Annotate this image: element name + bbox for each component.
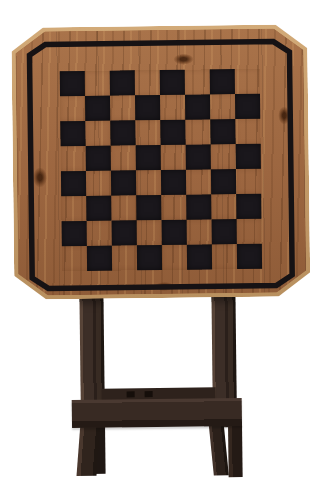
board-square: [135, 95, 160, 120]
board-square: [112, 245, 137, 270]
board-square: [161, 170, 186, 195]
board-square: [85, 96, 110, 121]
board-square: [85, 71, 110, 96]
board-square: [237, 219, 262, 244]
board-square: [212, 244, 237, 269]
board-square: [111, 145, 136, 170]
board-square: [110, 70, 135, 95]
board-square: [235, 94, 260, 119]
board-square: [162, 245, 187, 270]
board-square: [236, 194, 261, 219]
board-square: [136, 170, 161, 195]
board-square: [161, 145, 186, 170]
board-square: [160, 120, 185, 145]
board-square: [87, 246, 112, 271]
board-square: [111, 195, 136, 220]
board-square: [161, 195, 186, 220]
board-square: [162, 220, 187, 245]
board-square: [211, 169, 236, 194]
board-square: [60, 96, 85, 121]
board-square: [235, 119, 260, 144]
rail-notch: [127, 391, 135, 397]
board-square: [61, 146, 86, 171]
board-square: [186, 144, 211, 169]
board-square: [210, 69, 235, 94]
board-square: [186, 194, 211, 219]
board-square: [212, 219, 237, 244]
board-square: [136, 195, 161, 220]
board-square: [86, 196, 111, 221]
chessboard: [60, 69, 262, 271]
board-square: [61, 196, 86, 221]
board-square: [185, 69, 210, 94]
foot-right-rear: [228, 425, 243, 477]
board-square: [160, 95, 185, 120]
board-square: [86, 146, 111, 171]
board-square: [236, 169, 261, 194]
board-square: [111, 170, 136, 195]
board-square: [235, 69, 260, 94]
board-square: [87, 221, 112, 246]
foot-right-front: [209, 425, 229, 475]
board-square: [135, 70, 160, 95]
board-square: [62, 221, 87, 246]
board-square: [187, 244, 212, 269]
product-photo: [0, 0, 325, 500]
board-square: [185, 119, 210, 144]
board-square: [237, 244, 262, 269]
board-square: [62, 246, 87, 271]
folding-chess-table: [0, 0, 325, 500]
tabletop-face: [15, 28, 306, 295]
board-square: [210, 119, 235, 144]
board-square: [110, 120, 135, 145]
board-square: [61, 171, 86, 196]
board-square: [86, 171, 111, 196]
board-square: [160, 70, 185, 95]
foot-left-front: [76, 427, 100, 476]
board-square: [187, 219, 212, 244]
crossbar: [72, 398, 242, 428]
board-square: [186, 169, 211, 194]
board-square: [135, 120, 160, 145]
board-square: [112, 220, 137, 245]
board-square: [110, 95, 135, 120]
board-square: [236, 144, 261, 169]
rail-notch: [145, 391, 153, 397]
tabletop-edge: [11, 24, 310, 300]
board-square: [211, 144, 236, 169]
board-square: [211, 194, 236, 219]
board-square: [60, 71, 85, 96]
board-square: [137, 220, 162, 245]
board-square: [185, 94, 210, 119]
board-square: [60, 121, 85, 146]
board-square: [137, 245, 162, 270]
board-square: [136, 145, 161, 170]
board-square: [85, 121, 110, 146]
board-square: [210, 94, 235, 119]
